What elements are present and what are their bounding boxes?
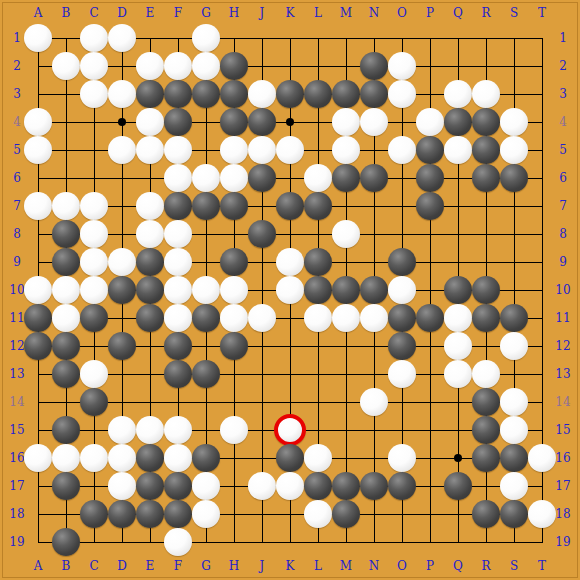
stone-black-G13[interactable]: [192, 360, 220, 388]
col-label-top-J: J: [252, 6, 272, 20]
col-label-top-T: T: [532, 6, 552, 20]
stone-white-E7[interactable]: [136, 192, 164, 220]
row-label-right-2: 2: [548, 59, 578, 73]
stone-white-S15[interactable]: [500, 416, 528, 444]
stone-white-A1[interactable]: [24, 24, 52, 52]
col-label-top-G: G: [196, 6, 216, 20]
col-label-top-K: K: [280, 6, 300, 20]
row-label-left-2: 2: [2, 59, 32, 73]
stone-white-S5[interactable]: [500, 136, 528, 164]
stone-white-K17[interactable]: [276, 472, 304, 500]
stone-black-B15[interactable]: [52, 416, 80, 444]
stone-black-B17[interactable]: [52, 472, 80, 500]
stone-white-F16[interactable]: [164, 444, 192, 472]
stone-black-D18[interactable]: [108, 500, 136, 528]
col-label-top-E: E: [140, 6, 160, 20]
stone-white-A10[interactable]: [24, 276, 52, 304]
stone-black-M17[interactable]: [332, 472, 360, 500]
stone-black-F7[interactable]: [164, 192, 192, 220]
stone-white-C2[interactable]: [80, 52, 108, 80]
col-label-bottom-E: E: [140, 559, 160, 573]
stone-white-D5[interactable]: [108, 136, 136, 164]
stone-white-Q12[interactable]: [444, 332, 472, 360]
stone-black-K16[interactable]: [276, 444, 304, 472]
stone-black-M6[interactable]: [332, 164, 360, 192]
stone-black-E9[interactable]: [136, 248, 164, 276]
stone-black-S18[interactable]: [500, 500, 528, 528]
marked-last-move-white-K15[interactable]: [274, 414, 306, 446]
row-label-right-7: 7: [548, 199, 578, 213]
stone-white-C8[interactable]: [80, 220, 108, 248]
stone-white-J11[interactable]: [248, 304, 276, 332]
stone-black-S11[interactable]: [500, 304, 528, 332]
col-label-bottom-N: N: [364, 559, 384, 573]
stone-black-F12[interactable]: [164, 332, 192, 360]
stone-black-G11[interactable]: [192, 304, 220, 332]
col-label-bottom-M: M: [336, 559, 356, 573]
stone-black-J8[interactable]: [248, 220, 276, 248]
stone-white-J17[interactable]: [248, 472, 276, 500]
stone-white-S12[interactable]: [500, 332, 528, 360]
stone-white-L6[interactable]: [304, 164, 332, 192]
stone-black-B9[interactable]: [52, 248, 80, 276]
stone-black-B13[interactable]: [52, 360, 80, 388]
grid-line-horizontal: [38, 402, 543, 403]
stone-white-B7[interactable]: [52, 192, 80, 220]
stone-black-M3[interactable]: [332, 80, 360, 108]
stone-white-E4[interactable]: [136, 108, 164, 136]
stone-black-H4[interactable]: [220, 108, 248, 136]
stone-black-B19[interactable]: [52, 528, 80, 556]
row-label-right-9: 9: [548, 255, 578, 269]
stone-white-F19[interactable]: [164, 528, 192, 556]
stone-white-Q3[interactable]: [444, 80, 472, 108]
stone-white-H6[interactable]: [220, 164, 248, 192]
stone-white-T18[interactable]: [528, 500, 556, 528]
stone-white-C13[interactable]: [80, 360, 108, 388]
stone-white-H15[interactable]: [220, 416, 248, 444]
row-label-left-6: 6: [2, 171, 32, 185]
stone-white-H10[interactable]: [220, 276, 248, 304]
row-label-right-15: 15: [548, 423, 578, 437]
row-label-right-11: 11: [548, 311, 578, 325]
stone-white-G17[interactable]: [192, 472, 220, 500]
stone-black-M18[interactable]: [332, 500, 360, 528]
col-label-top-M: M: [336, 6, 356, 20]
stone-white-J5[interactable]: [248, 136, 276, 164]
stone-white-N11[interactable]: [360, 304, 388, 332]
row-label-left-17: 17: [2, 479, 32, 493]
stone-black-H9[interactable]: [220, 248, 248, 276]
stone-white-G1[interactable]: [192, 24, 220, 52]
col-label-bottom-S: S: [504, 559, 524, 573]
row-label-right-19: 19: [548, 535, 578, 549]
col-label-top-H: H: [224, 6, 244, 20]
star-point-K4: [286, 118, 294, 126]
stone-white-H11[interactable]: [220, 304, 248, 332]
stone-black-R14[interactable]: [472, 388, 500, 416]
stone-white-B16[interactable]: [52, 444, 80, 472]
row-label-right-12: 12: [548, 339, 578, 353]
stone-black-R16[interactable]: [472, 444, 500, 472]
stone-black-F13[interactable]: [164, 360, 192, 388]
col-label-top-P: P: [420, 6, 440, 20]
row-label-right-8: 8: [548, 227, 578, 241]
stone-white-D9[interactable]: [108, 248, 136, 276]
col-label-top-C: C: [84, 6, 104, 20]
stone-black-L10[interactable]: [304, 276, 332, 304]
stone-white-G10[interactable]: [192, 276, 220, 304]
stone-white-C16[interactable]: [80, 444, 108, 472]
row-label-right-14: 14: [548, 395, 578, 409]
star-point-Q16: [454, 454, 462, 462]
stone-black-E11[interactable]: [136, 304, 164, 332]
stone-black-L3[interactable]: [304, 80, 332, 108]
stone-black-M10[interactable]: [332, 276, 360, 304]
col-label-top-D: D: [112, 6, 132, 20]
stone-white-F5[interactable]: [164, 136, 192, 164]
row-label-right-5: 5: [548, 143, 578, 157]
stone-black-G16[interactable]: [192, 444, 220, 472]
row-label-right-6: 6: [548, 171, 578, 185]
stone-white-S14[interactable]: [500, 388, 528, 416]
stone-black-R4[interactable]: [472, 108, 500, 136]
stone-white-M8[interactable]: [332, 220, 360, 248]
col-label-bottom-G: G: [196, 559, 216, 573]
stone-black-Q4[interactable]: [444, 108, 472, 136]
stone-white-B11[interactable]: [52, 304, 80, 332]
stone-white-M5[interactable]: [332, 136, 360, 164]
stone-black-O11[interactable]: [388, 304, 416, 332]
stone-white-Q11[interactable]: [444, 304, 472, 332]
stone-black-P5[interactable]: [416, 136, 444, 164]
stone-black-D12[interactable]: [108, 332, 136, 360]
grid-line-horizontal: [38, 542, 543, 543]
stone-black-N6[interactable]: [360, 164, 388, 192]
stone-black-K7[interactable]: [276, 192, 304, 220]
col-label-bottom-F: F: [168, 559, 188, 573]
stone-white-G2[interactable]: [192, 52, 220, 80]
stone-white-E2[interactable]: [136, 52, 164, 80]
stone-white-F6[interactable]: [164, 164, 192, 192]
stone-white-N14[interactable]: [360, 388, 388, 416]
stone-white-O13[interactable]: [388, 360, 416, 388]
row-label-right-10: 10: [548, 283, 578, 297]
stone-white-E15[interactable]: [136, 416, 164, 444]
stone-black-R6[interactable]: [472, 164, 500, 192]
col-label-top-Q: Q: [448, 6, 468, 20]
row-label-left-13: 13: [2, 367, 32, 381]
col-label-bottom-J: J: [252, 559, 272, 573]
stone-black-C11[interactable]: [80, 304, 108, 332]
stone-black-L9[interactable]: [304, 248, 332, 276]
stone-black-N10[interactable]: [360, 276, 388, 304]
col-label-bottom-A: A: [28, 559, 48, 573]
stone-white-O16[interactable]: [388, 444, 416, 472]
col-label-bottom-T: T: [532, 559, 552, 573]
stone-white-A5[interactable]: [24, 136, 52, 164]
col-label-top-F: F: [168, 6, 188, 20]
stone-black-B12[interactable]: [52, 332, 80, 360]
col-label-bottom-K: K: [280, 559, 300, 573]
stone-white-D17[interactable]: [108, 472, 136, 500]
stone-white-E8[interactable]: [136, 220, 164, 248]
stone-white-A16[interactable]: [24, 444, 52, 472]
stone-black-F3[interactable]: [164, 80, 192, 108]
stone-white-C3[interactable]: [80, 80, 108, 108]
stone-black-K3[interactable]: [276, 80, 304, 108]
stone-white-G6[interactable]: [192, 164, 220, 192]
stone-black-R15[interactable]: [472, 416, 500, 444]
stone-white-C10[interactable]: [80, 276, 108, 304]
stone-black-H3[interactable]: [220, 80, 248, 108]
stone-white-D1[interactable]: [108, 24, 136, 52]
stone-white-O10[interactable]: [388, 276, 416, 304]
row-label-left-14: 14: [2, 395, 32, 409]
stone-white-F10[interactable]: [164, 276, 192, 304]
stone-white-L16[interactable]: [304, 444, 332, 472]
stone-white-S4[interactable]: [500, 108, 528, 136]
stone-white-D15[interactable]: [108, 416, 136, 444]
stone-black-P7[interactable]: [416, 192, 444, 220]
stone-black-R11[interactable]: [472, 304, 500, 332]
stone-black-H12[interactable]: [220, 332, 248, 360]
stone-white-D16[interactable]: [108, 444, 136, 472]
stone-white-H5[interactable]: [220, 136, 248, 164]
row-label-right-3: 3: [548, 87, 578, 101]
stone-white-R13[interactable]: [472, 360, 500, 388]
stone-white-C7[interactable]: [80, 192, 108, 220]
stone-white-F9[interactable]: [164, 248, 192, 276]
stone-white-M4[interactable]: [332, 108, 360, 136]
col-label-bottom-B: B: [56, 559, 76, 573]
row-label-left-18: 18: [2, 507, 32, 521]
stone-white-L11[interactable]: [304, 304, 332, 332]
stone-white-S17[interactable]: [500, 472, 528, 500]
stone-black-O17[interactable]: [388, 472, 416, 500]
stone-white-G18[interactable]: [192, 500, 220, 528]
row-label-right-17: 17: [548, 479, 578, 493]
row-label-left-3: 3: [2, 87, 32, 101]
stone-white-Q13[interactable]: [444, 360, 472, 388]
row-label-right-4: 4: [548, 115, 578, 129]
stone-black-E16[interactable]: [136, 444, 164, 472]
col-label-bottom-R: R: [476, 559, 496, 573]
stone-white-D3[interactable]: [108, 80, 136, 108]
stone-black-F18[interactable]: [164, 500, 192, 528]
stone-black-D10[interactable]: [108, 276, 136, 304]
stone-white-B10[interactable]: [52, 276, 80, 304]
stone-black-B8[interactable]: [52, 220, 80, 248]
row-label-right-1: 1: [548, 31, 578, 45]
stone-black-R10[interactable]: [472, 276, 500, 304]
stone-white-F11[interactable]: [164, 304, 192, 332]
stone-black-F17[interactable]: [164, 472, 192, 500]
stone-black-P6[interactable]: [416, 164, 444, 192]
star-point-D4: [118, 118, 126, 126]
stone-white-E5[interactable]: [136, 136, 164, 164]
col-label-top-L: L: [308, 6, 328, 20]
stone-black-S16[interactable]: [500, 444, 528, 472]
stone-white-T16[interactable]: [528, 444, 556, 472]
stone-white-K9[interactable]: [276, 248, 304, 276]
stone-black-A12[interactable]: [24, 332, 52, 360]
stone-white-K10[interactable]: [276, 276, 304, 304]
stone-black-P11[interactable]: [416, 304, 444, 332]
stone-black-E18[interactable]: [136, 500, 164, 528]
stone-white-B2[interactable]: [52, 52, 80, 80]
stone-black-G7[interactable]: [192, 192, 220, 220]
stone-black-O9[interactable]: [388, 248, 416, 276]
col-label-bottom-O: O: [392, 559, 412, 573]
stone-black-C18[interactable]: [80, 500, 108, 528]
stone-white-P4[interactable]: [416, 108, 444, 136]
stone-white-K5[interactable]: [276, 136, 304, 164]
row-label-left-15: 15: [2, 423, 32, 437]
stone-white-M11[interactable]: [332, 304, 360, 332]
stone-black-E3[interactable]: [136, 80, 164, 108]
col-label-bottom-D: D: [112, 559, 132, 573]
stone-white-C1[interactable]: [80, 24, 108, 52]
col-label-top-S: S: [504, 6, 524, 20]
stone-white-F15[interactable]: [164, 416, 192, 444]
stone-black-F4[interactable]: [164, 108, 192, 136]
stone-white-C9[interactable]: [80, 248, 108, 276]
row-label-left-19: 19: [2, 535, 32, 549]
col-label-top-N: N: [364, 6, 384, 20]
col-label-bottom-Q: Q: [448, 559, 468, 573]
stone-black-J4[interactable]: [248, 108, 276, 136]
stone-black-E17[interactable]: [136, 472, 164, 500]
stone-black-Q17[interactable]: [444, 472, 472, 500]
stone-white-O5[interactable]: [388, 136, 416, 164]
stone-white-J3[interactable]: [248, 80, 276, 108]
stone-black-R18[interactable]: [472, 500, 500, 528]
stone-white-Q5[interactable]: [444, 136, 472, 164]
col-label-top-B: B: [56, 6, 76, 20]
stone-white-N4[interactable]: [360, 108, 388, 136]
stone-black-Q10[interactable]: [444, 276, 472, 304]
col-label-top-O: O: [392, 6, 412, 20]
go-board[interactable]: ABCDEFGHJKLMNOPQRST ABCDEFGHJKLMNOPQRST …: [0, 0, 580, 580]
col-label-bottom-C: C: [84, 559, 104, 573]
stone-black-H7[interactable]: [220, 192, 248, 220]
stone-white-O3[interactable]: [388, 80, 416, 108]
col-label-bottom-L: L: [308, 559, 328, 573]
stone-black-A11[interactable]: [24, 304, 52, 332]
col-label-bottom-P: P: [420, 559, 440, 573]
row-label-right-13: 13: [548, 367, 578, 381]
row-label-left-9: 9: [2, 255, 32, 269]
stone-black-L7[interactable]: [304, 192, 332, 220]
stone-white-A4[interactable]: [24, 108, 52, 136]
stone-black-J6[interactable]: [248, 164, 276, 192]
stone-black-C14[interactable]: [80, 388, 108, 416]
stone-white-A7[interactable]: [24, 192, 52, 220]
stone-black-G3[interactable]: [192, 80, 220, 108]
col-label-bottom-H: H: [224, 559, 244, 573]
row-label-left-8: 8: [2, 227, 32, 241]
stone-black-S6[interactable]: [500, 164, 528, 192]
stone-white-F2[interactable]: [164, 52, 192, 80]
stone-black-L17[interactable]: [304, 472, 332, 500]
stone-white-F8[interactable]: [164, 220, 192, 248]
col-label-top-A: A: [28, 6, 48, 20]
stone-black-N17[interactable]: [360, 472, 388, 500]
stone-white-R3[interactable]: [472, 80, 500, 108]
stone-white-O2[interactable]: [388, 52, 416, 80]
stone-black-O12[interactable]: [388, 332, 416, 360]
stone-black-N3[interactable]: [360, 80, 388, 108]
col-label-top-R: R: [476, 6, 496, 20]
stone-black-N2[interactable]: [360, 52, 388, 80]
stone-black-H2[interactable]: [220, 52, 248, 80]
stone-white-L18[interactable]: [304, 500, 332, 528]
stone-black-E10[interactable]: [136, 276, 164, 304]
stone-black-R5[interactable]: [472, 136, 500, 164]
